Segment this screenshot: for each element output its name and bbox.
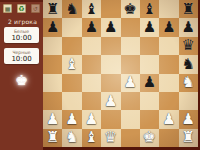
square-b4[interactable] — [62, 74, 81, 92]
square-b7[interactable] — [62, 18, 81, 36]
square-e5[interactable] — [121, 55, 140, 73]
menu-icon: ▦ — [5, 6, 11, 12]
piece-black-queen[interactable]: ♛ — [179, 37, 198, 55]
square-f3[interactable] — [140, 92, 159, 110]
square-b2[interactable]: ♟ — [62, 110, 81, 128]
square-h7[interactable]: ♟ — [179, 18, 198, 36]
white-clock-time: 10:00 — [4, 34, 39, 42]
square-e4[interactable]: ♟ — [121, 74, 140, 92]
menu-button[interactable]: ▦ — [3, 4, 12, 13]
piece-white-pawn[interactable]: ♟ — [159, 110, 178, 128]
square-h8[interactable]: ♜ — [179, 0, 198, 18]
piece-black-bishop[interactable]: ♝ — [140, 0, 159, 18]
square-c8[interactable]: ♝ — [82, 0, 101, 18]
square-g2[interactable]: ♟ — [159, 110, 178, 128]
undo-icon: ↺ — [33, 6, 38, 12]
piece-white-pawn[interactable]: ♟ — [179, 110, 198, 128]
square-g8[interactable] — [159, 0, 178, 18]
square-h5[interactable]: ♞ — [179, 55, 198, 73]
square-d2[interactable] — [101, 110, 120, 128]
piece-white-pawn[interactable]: ♟ — [121, 74, 140, 92]
undo-button[interactable]: ↺ — [31, 4, 40, 13]
turn-indicator-white-king-icon: ♚ — [0, 70, 43, 90]
square-d4[interactable] — [101, 74, 120, 92]
piece-white-bishop[interactable]: ♝ — [82, 129, 101, 147]
piece-black-pawn[interactable]: ♟ — [43, 18, 62, 36]
square-d7[interactable]: ♟ — [101, 18, 120, 36]
square-a1[interactable]: ♜ — [43, 129, 62, 147]
black-clock: Черные 10:00 — [4, 48, 39, 64]
square-d5[interactable] — [101, 55, 120, 73]
chess-app-window: ▦ ♻ ↺ 2 игрока Белые 10:00 Черные 10:00 … — [0, 0, 200, 150]
square-g1[interactable] — [159, 129, 178, 147]
square-e8[interactable]: ♚ — [121, 0, 140, 18]
piece-white-pawn[interactable]: ♟ — [101, 92, 120, 110]
piece-black-pawn[interactable]: ♟ — [101, 18, 120, 36]
square-g3[interactable] — [159, 92, 178, 110]
piece-black-king[interactable]: ♚ — [121, 0, 140, 18]
chess-board: ♜♞♝♚♝♜♟♟♟♟♟♟♛♝♞♟♟♞♟♟♟♟♟♟♜♞♝♛♚♜ — [43, 0, 198, 147]
square-f8[interactable]: ♝ — [140, 0, 159, 18]
piece-black-pawn[interactable]: ♟ — [179, 18, 198, 36]
square-a2[interactable]: ♟ — [43, 110, 62, 128]
square-a6[interactable] — [43, 37, 62, 55]
piece-white-queen[interactable]: ♛ — [101, 129, 120, 147]
square-c6[interactable] — [82, 37, 101, 55]
new-game-button[interactable]: ♻ — [17, 4, 26, 13]
piece-black-rook[interactable]: ♜ — [43, 0, 62, 18]
square-c2[interactable]: ♟ — [82, 110, 101, 128]
square-h6[interactable]: ♛ — [179, 37, 198, 55]
square-h1[interactable]: ♜ — [179, 129, 198, 147]
square-h4[interactable]: ♞ — [179, 74, 198, 92]
piece-black-pawn[interactable]: ♟ — [140, 18, 159, 36]
square-g4[interactable] — [159, 74, 178, 92]
piece-black-pawn[interactable]: ♟ — [82, 18, 101, 36]
square-c3[interactable] — [82, 92, 101, 110]
square-f1[interactable]: ♚ — [140, 129, 159, 147]
piece-white-rook[interactable]: ♜ — [43, 129, 62, 147]
square-g5[interactable] — [159, 55, 178, 73]
square-e3[interactable] — [121, 92, 140, 110]
sidebar: ▦ ♻ ↺ 2 игрока Белые 10:00 Черные 10:00 … — [0, 0, 43, 150]
square-d3[interactable]: ♟ — [101, 92, 120, 110]
piece-white-knight[interactable]: ♞ — [62, 129, 81, 147]
square-e1[interactable] — [121, 129, 140, 147]
piece-white-bishop[interactable]: ♝ — [62, 55, 81, 73]
square-b8[interactable]: ♞ — [62, 0, 81, 18]
square-c4[interactable] — [82, 74, 101, 92]
square-g6[interactable] — [159, 37, 178, 55]
square-b3[interactable] — [62, 92, 81, 110]
square-d8[interactable] — [101, 0, 120, 18]
square-a3[interactable] — [43, 92, 62, 110]
square-a8[interactable]: ♜ — [43, 0, 62, 18]
square-b1[interactable]: ♞ — [62, 129, 81, 147]
square-c7[interactable]: ♟ — [82, 18, 101, 36]
square-f7[interactable]: ♟ — [140, 18, 159, 36]
black-clock-time: 10:00 — [4, 55, 39, 63]
square-a4[interactable] — [43, 74, 62, 92]
piece-white-king[interactable]: ♚ — [140, 129, 159, 147]
square-f6[interactable] — [140, 37, 159, 55]
new-game-icon: ♻ — [18, 5, 24, 12]
piece-black-pawn[interactable]: ♟ — [159, 18, 178, 36]
piece-black-knight[interactable]: ♞ — [62, 0, 81, 18]
square-f4[interactable]: ♟ — [140, 74, 159, 92]
square-e2[interactable] — [121, 110, 140, 128]
square-e7[interactable] — [121, 18, 140, 36]
square-a7[interactable]: ♟ — [43, 18, 62, 36]
square-a5[interactable] — [43, 55, 62, 73]
piece-black-pawn[interactable]: ♟ — [140, 74, 159, 92]
piece-white-rook[interactable]: ♜ — [179, 129, 198, 147]
square-g7[interactable]: ♟ — [159, 18, 178, 36]
square-c1[interactable]: ♝ — [82, 129, 101, 147]
piece-white-knight[interactable]: ♞ — [179, 74, 198, 92]
square-c5[interactable] — [82, 55, 101, 73]
square-h3[interactable] — [179, 92, 198, 110]
square-d1[interactable]: ♛ — [101, 129, 120, 147]
square-d6[interactable] — [101, 37, 120, 55]
square-b5[interactable]: ♝ — [62, 55, 81, 73]
piece-black-rook[interactable]: ♜ — [179, 0, 198, 18]
square-b6[interactable] — [62, 37, 81, 55]
piece-white-pawn[interactable]: ♟ — [43, 110, 62, 128]
piece-black-bishop[interactable]: ♝ — [82, 0, 101, 18]
white-clock: Белые 10:00 — [4, 27, 39, 43]
piece-black-knight[interactable]: ♞ — [179, 55, 198, 73]
square-e6[interactable] — [121, 37, 140, 55]
square-f2[interactable] — [140, 110, 159, 128]
square-f5[interactable] — [140, 55, 159, 73]
square-h2[interactable]: ♟ — [179, 110, 198, 128]
piece-white-pawn[interactable]: ♟ — [82, 110, 101, 128]
game-mode-label: 2 игрока — [2, 18, 43, 25]
piece-white-pawn[interactable]: ♟ — [62, 110, 81, 128]
